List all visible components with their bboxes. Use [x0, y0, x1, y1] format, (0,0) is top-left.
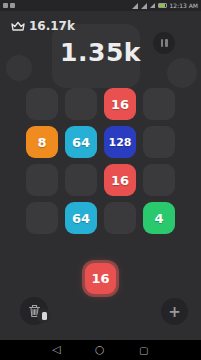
- trash-ad-badge[interactable]: [37, 309, 51, 323]
- wifi-icon: [132, 3, 138, 9]
- grid-cell-r1c3[interactable]: 16: [104, 88, 136, 120]
- board-grid: 1686412816644: [26, 88, 175, 234]
- grid-cell-r1c2[interactable]: [65, 88, 97, 120]
- battery-icon: [158, 3, 167, 8]
- grid-cell-r2c4[interactable]: [143, 126, 175, 158]
- grid-cell-r3c2[interactable]: [65, 164, 97, 196]
- nav-back-icon[interactable]: ◁: [52, 343, 60, 357]
- grid-cell-r2c3[interactable]: 128: [104, 126, 136, 158]
- pause-icon: [161, 39, 164, 47]
- grid-cell-r1c1[interactable]: [26, 88, 58, 120]
- tile-64[interactable]: 64: [65, 202, 97, 234]
- status-bar: 12:13 AM: [0, 0, 201, 11]
- best-score: 16.17k: [11, 19, 75, 33]
- crown-icon: [11, 21, 25, 32]
- pause-button[interactable]: [153, 32, 175, 54]
- add-tile-button[interactable]: +: [161, 298, 188, 325]
- pause-icon: [165, 39, 168, 47]
- android-nav-bar: ◁ ○ ▢: [0, 340, 201, 360]
- notification-icon: [10, 3, 15, 8]
- notification-icons: [3, 3, 15, 8]
- tile-64[interactable]: 64: [65, 126, 97, 158]
- next-tile[interactable]: 16: [85, 263, 116, 294]
- tile-16[interactable]: 16: [104, 164, 136, 196]
- grid-cell-r4c2[interactable]: 64: [65, 202, 97, 234]
- notification-icon: [3, 3, 8, 8]
- video-ad-badge-icon: [42, 312, 47, 320]
- grid-cell-r3c3[interactable]: 16: [104, 164, 136, 196]
- status-time: 12:13 AM: [170, 2, 198, 9]
- signal-icon: [141, 3, 147, 9]
- best-score-value: 16.17k: [29, 19, 75, 33]
- tile-8[interactable]: 8: [26, 126, 58, 158]
- grid-cell-r4c3[interactable]: [104, 202, 136, 234]
- grid-cell-r2c1[interactable]: 8: [26, 126, 58, 158]
- grid-cell-r1c4[interactable]: [143, 88, 175, 120]
- grid-cell-r2c2[interactable]: 64: [65, 126, 97, 158]
- nav-recents-icon[interactable]: ▢: [139, 344, 148, 358]
- grid-cell-r3c1[interactable]: [26, 164, 58, 196]
- tile-16[interactable]: 16: [104, 88, 136, 120]
- signal-icon: [150, 3, 155, 8]
- nav-home-icon[interactable]: ○: [95, 343, 105, 357]
- tile-128[interactable]: 128: [104, 126, 136, 158]
- grid-cell-r3c4[interactable]: [143, 164, 175, 196]
- grid-cell-r4c4[interactable]: 4: [143, 202, 175, 234]
- tile-4[interactable]: 4: [143, 202, 175, 234]
- game-screen: 12:13 AM 16.17k 1.35k 1686412816644 16 +…: [0, 0, 201, 360]
- grid-cell-r4c1[interactable]: [26, 202, 58, 234]
